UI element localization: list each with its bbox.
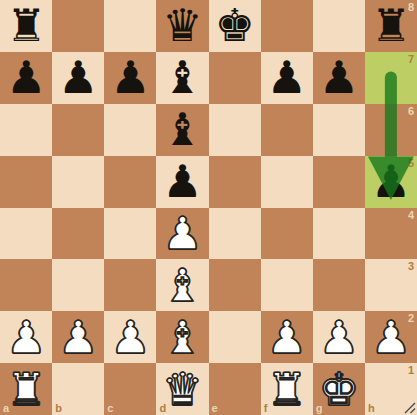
square-g3[interactable] [313, 259, 365, 311]
square-c3[interactable] [104, 259, 156, 311]
square-b1[interactable]: b [52, 363, 104, 415]
square-a7[interactable]: ♟ [0, 52, 52, 104]
white-rook[interactable]: ♜ [261, 363, 313, 415]
square-c5[interactable] [104, 156, 156, 208]
square-h2[interactable]: 2♟ [365, 311, 417, 363]
square-c6[interactable] [104, 104, 156, 156]
coord-file-h: h [368, 402, 375, 414]
square-b7[interactable]: ♟ [52, 52, 104, 104]
square-h6[interactable]: 6 [365, 104, 417, 156]
square-f8[interactable] [261, 0, 313, 52]
square-h4[interactable]: 4 [365, 208, 417, 260]
square-d7[interactable]: ♝ [156, 52, 208, 104]
black-rook[interactable]: ♜ [365, 0, 417, 52]
coord-rank-1: 1 [408, 364, 414, 376]
black-king[interactable]: ♚ [209, 0, 261, 52]
square-d8[interactable]: ♛ [156, 0, 208, 52]
black-pawn[interactable]: ♟ [313, 52, 365, 104]
black-bishop[interactable]: ♝ [156, 52, 208, 104]
square-d3[interactable]: ♝ [156, 259, 208, 311]
square-e8[interactable]: ♚ [209, 0, 261, 52]
square-g1[interactable]: g♚ [313, 363, 365, 415]
white-pawn[interactable]: ♟ [52, 311, 104, 363]
square-b3[interactable] [52, 259, 104, 311]
black-pawn[interactable]: ♟ [156, 156, 208, 208]
square-e4[interactable] [209, 208, 261, 260]
black-pawn[interactable]: ♟ [0, 52, 52, 104]
white-pawn[interactable]: ♟ [104, 311, 156, 363]
square-g6[interactable] [313, 104, 365, 156]
square-h8[interactable]: 8♜ [365, 0, 417, 52]
black-bishop[interactable]: ♝ [156, 104, 208, 156]
square-f2[interactable]: ♟ [261, 311, 313, 363]
square-b8[interactable] [52, 0, 104, 52]
square-a1[interactable]: a♜ [0, 363, 52, 415]
square-b5[interactable] [52, 156, 104, 208]
resize-handle[interactable] [404, 402, 416, 414]
square-b6[interactable] [52, 104, 104, 156]
square-c1[interactable]: c [104, 363, 156, 415]
square-e3[interactable] [209, 259, 261, 311]
coord-file-b: b [55, 402, 62, 414]
square-a4[interactable] [0, 208, 52, 260]
square-g5[interactable] [313, 156, 365, 208]
white-pawn[interactable]: ♟ [261, 311, 313, 363]
white-bishop[interactable]: ♝ [156, 259, 208, 311]
square-h3[interactable]: 3 [365, 259, 417, 311]
coord-rank-4: 4 [408, 209, 414, 221]
square-a2[interactable]: ♟ [0, 311, 52, 363]
square-c4[interactable] [104, 208, 156, 260]
square-g7[interactable]: ♟ [313, 52, 365, 104]
square-c8[interactable] [104, 0, 156, 52]
square-f3[interactable] [261, 259, 313, 311]
black-pawn[interactable]: ♟ [52, 52, 104, 104]
white-pawn[interactable]: ♟ [156, 208, 208, 260]
square-e1[interactable]: e [209, 363, 261, 415]
square-d6[interactable]: ♝ [156, 104, 208, 156]
square-a6[interactable] [0, 104, 52, 156]
square-d5[interactable]: ♟ [156, 156, 208, 208]
square-h5[interactable]: 5♟ [365, 156, 417, 208]
white-pawn[interactable]: ♟ [0, 311, 52, 363]
black-pawn[interactable]: ♟ [365, 156, 417, 208]
square-e6[interactable] [209, 104, 261, 156]
black-queen[interactable]: ♛ [156, 0, 208, 52]
square-a5[interactable] [0, 156, 52, 208]
square-a8[interactable]: ♜ [0, 0, 52, 52]
chess-board-container: ♜♛♚8♜♟♟♟♝♟♟7♝6♟5♟♟4♝3♟♟♟♝♟♟2♟a♜bcd♛ef♜g♚… [0, 0, 417, 415]
square-b2[interactable]: ♟ [52, 311, 104, 363]
black-pawn[interactable]: ♟ [104, 52, 156, 104]
square-a3[interactable] [0, 259, 52, 311]
white-rook[interactable]: ♜ [0, 363, 52, 415]
square-d1[interactable]: d♛ [156, 363, 208, 415]
square-b4[interactable] [52, 208, 104, 260]
square-c7[interactable]: ♟ [104, 52, 156, 104]
square-e5[interactable] [209, 156, 261, 208]
coord-file-e: e [212, 402, 218, 414]
coord-rank-6: 6 [408, 105, 414, 117]
square-d2[interactable]: ♝ [156, 311, 208, 363]
chess-board: ♜♛♚8♜♟♟♟♝♟♟7♝6♟5♟♟4♝3♟♟♟♝♟♟2♟a♜bcd♛ef♜g♚… [0, 0, 417, 415]
square-f1[interactable]: f♜ [261, 363, 313, 415]
square-e2[interactable] [209, 311, 261, 363]
coord-rank-3: 3 [408, 260, 414, 272]
square-f7[interactable]: ♟ [261, 52, 313, 104]
square-d4[interactable]: ♟ [156, 208, 208, 260]
coord-file-c: c [107, 402, 113, 414]
coord-rank-7: 7 [408, 53, 414, 65]
white-queen[interactable]: ♛ [156, 363, 208, 415]
square-f5[interactable] [261, 156, 313, 208]
black-rook[interactable]: ♜ [0, 0, 52, 52]
square-g2[interactable]: ♟ [313, 311, 365, 363]
white-pawn[interactable]: ♟ [313, 311, 365, 363]
square-f6[interactable] [261, 104, 313, 156]
square-h7[interactable]: 7 [365, 52, 417, 104]
square-c2[interactable]: ♟ [104, 311, 156, 363]
square-e7[interactable] [209, 52, 261, 104]
white-pawn[interactable]: ♟ [365, 311, 417, 363]
square-g4[interactable] [313, 208, 365, 260]
white-bishop[interactable]: ♝ [156, 311, 208, 363]
white-king[interactable]: ♚ [313, 363, 365, 415]
square-f4[interactable] [261, 208, 313, 260]
square-g8[interactable] [313, 0, 365, 52]
black-pawn[interactable]: ♟ [261, 52, 313, 104]
